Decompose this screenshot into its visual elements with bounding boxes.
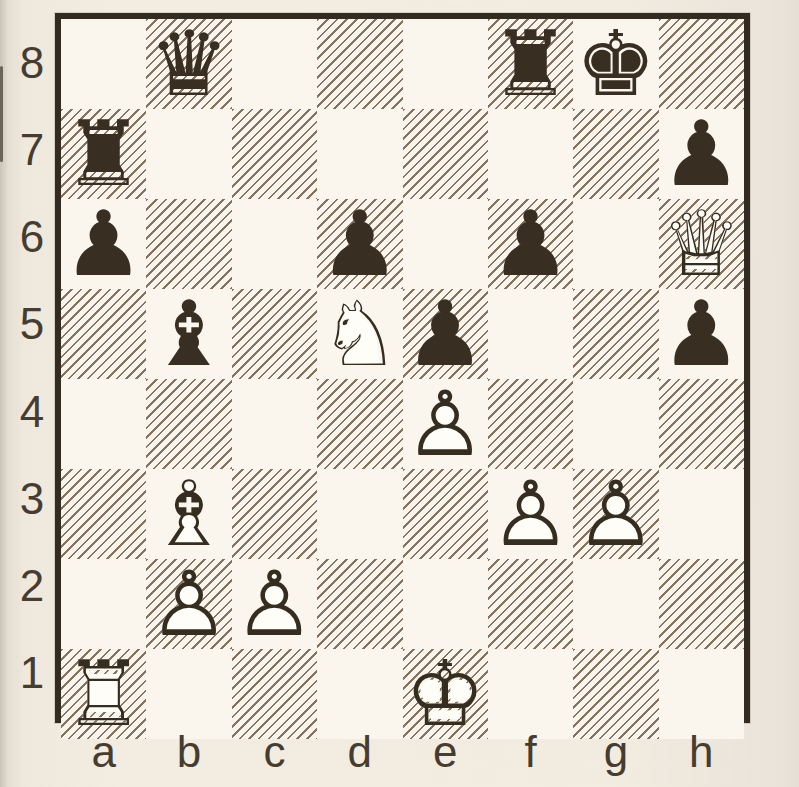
file-label-f: f (488, 723, 573, 781)
square-e4: ♟♙ (403, 379, 488, 469)
file-label-b: b (146, 723, 231, 781)
black-rook-f8: ♜ (490, 19, 571, 109)
square-g5 (573, 289, 658, 379)
black-pawn-e5: ♟ (405, 289, 486, 379)
white-pawn-b2: ♟♙ (149, 559, 230, 649)
rank-label-8: 8 (14, 19, 50, 106)
file-label-e: e (403, 723, 488, 781)
file-label-a: a (61, 723, 146, 781)
square-a4 (61, 379, 146, 469)
square-d4 (317, 379, 402, 469)
square-d5: ♞♘ (317, 289, 402, 379)
square-g6 (573, 199, 658, 289)
square-b7 (146, 109, 231, 199)
square-e8 (403, 19, 488, 109)
square-b4 (146, 379, 231, 469)
square-c5 (232, 289, 317, 379)
white-knight-d5: ♞♘ (319, 289, 400, 379)
rank-label-3: 3 (14, 455, 50, 542)
square-b5: ♝ (146, 289, 231, 379)
black-rook-a7: ♜ (63, 109, 144, 199)
square-g2 (573, 559, 658, 649)
rank-labels: 87654321 (14, 19, 50, 717)
black-pawn-d6: ♟ (319, 199, 400, 289)
square-d7 (317, 109, 402, 199)
square-a2 (61, 559, 146, 649)
square-h5: ♟ (659, 289, 744, 379)
black-bishop-b5: ♝ (149, 289, 230, 379)
chess-diagram: 87654321 ♛♜♚♜♟♟♟♟♛♕♝♞♘♟♟♟♙♝♗♟♙♟♙♟♙♟♙♜♖♚♔… (0, 0, 799, 787)
black-queen-b8: ♛ (149, 19, 230, 109)
black-pawn-f6: ♟ (490, 199, 571, 289)
square-f4 (488, 379, 573, 469)
square-a3 (61, 469, 146, 559)
rank-label-2: 2 (14, 543, 50, 630)
square-e3 (403, 469, 488, 559)
square-c8 (232, 19, 317, 109)
square-f6: ♟ (488, 199, 573, 289)
white-pawn-c2: ♟♙ (234, 559, 315, 649)
white-pawn-g3: ♟♙ (576, 469, 657, 559)
file-label-c: c (232, 723, 317, 781)
rank-label-6: 6 (14, 194, 50, 281)
square-g4 (573, 379, 658, 469)
rank-label-1: 1 (14, 630, 50, 717)
square-c4 (232, 379, 317, 469)
square-c6 (232, 199, 317, 289)
square-f3: ♟♙ (488, 469, 573, 559)
square-a8 (61, 19, 146, 109)
square-f7 (488, 109, 573, 199)
square-e7 (403, 109, 488, 199)
rank-label-5: 5 (14, 281, 50, 368)
rank-label-4: 4 (14, 368, 50, 455)
square-h7: ♟ (659, 109, 744, 199)
square-h3 (659, 469, 744, 559)
square-a7: ♜ (61, 109, 146, 199)
square-g7 (573, 109, 658, 199)
square-e5: ♟ (403, 289, 488, 379)
square-h4 (659, 379, 744, 469)
white-bishop-b3: ♝♗ (149, 469, 230, 559)
square-d8 (317, 19, 402, 109)
black-pawn-h7: ♟ (661, 109, 742, 199)
black-pawn-h5: ♟ (661, 289, 742, 379)
square-f2 (488, 559, 573, 649)
black-king-g8: ♚ (576, 19, 657, 109)
file-label-h: h (659, 723, 744, 781)
square-a6: ♟ (61, 199, 146, 289)
square-f5 (488, 289, 573, 379)
square-b2: ♟♙ (146, 559, 231, 649)
square-d6: ♟ (317, 199, 402, 289)
square-h2 (659, 559, 744, 649)
square-f8: ♜ (488, 19, 573, 109)
white-pawn-f3: ♟♙ (490, 469, 571, 559)
white-piece-outline: ♙ (149, 551, 230, 656)
square-a5 (61, 289, 146, 379)
file-label-d: d (317, 723, 402, 781)
white-piece-outline: ♘ (319, 281, 400, 386)
square-c3 (232, 469, 317, 559)
white-piece-outline: ♙ (405, 371, 486, 476)
photographed-book-page: 87654321 ♛♜♚♜♟♟♟♟♛♕♝♞♘♟♟♟♙♝♗♟♙♟♙♟♙♟♙♜♖♚♔… (0, 0, 799, 787)
file-label-g: g (573, 723, 658, 781)
white-pawn-e4: ♟♙ (405, 379, 486, 469)
square-b3: ♝♗ (146, 469, 231, 559)
square-b6 (146, 199, 231, 289)
white-piece-outline: ♙ (234, 551, 315, 656)
black-pawn-a6: ♟ (63, 199, 144, 289)
white-queen-h6: ♛♕ (661, 199, 742, 289)
square-d2 (317, 559, 402, 649)
file-labels: abcdefgh (61, 723, 744, 781)
white-piece-outline: ♙ (490, 461, 571, 566)
square-e6 (403, 199, 488, 289)
square-g3: ♟♙ (573, 469, 658, 559)
square-h8 (659, 19, 744, 109)
square-g8: ♚ (573, 19, 658, 109)
square-c2: ♟♙ (232, 559, 317, 649)
white-piece-outline: ♙ (576, 461, 657, 566)
square-e2 (403, 559, 488, 649)
square-b8: ♛ (146, 19, 231, 109)
square-c7 (232, 109, 317, 199)
rank-label-7: 7 (14, 106, 50, 193)
square-d3 (317, 469, 402, 559)
board: ♛♜♚♜♟♟♟♟♛♕♝♞♘♟♟♟♙♝♗♟♙♟♙♟♙♟♙♜♖♚♔ (55, 13, 750, 723)
square-h6: ♛♕ (659, 199, 744, 289)
